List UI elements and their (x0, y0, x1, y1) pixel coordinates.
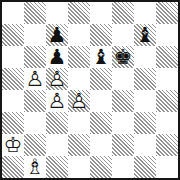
square-e6[interactable]: ♝ (90, 46, 112, 68)
white-pawn-fill: ♟ (46, 68, 68, 90)
square-f8[interactable] (112, 2, 134, 24)
square-c8[interactable] (46, 2, 68, 24)
black-bishop-icon: ♝ (134, 24, 156, 46)
black-pawn-icon: ♟ (46, 24, 68, 46)
square-a4[interactable] (2, 90, 24, 112)
black-king-icon: ♚ (112, 46, 134, 68)
square-f3[interactable] (112, 112, 134, 134)
square-b5[interactable]: ♟♙ (24, 68, 46, 90)
white-king-icon: ♔ (2, 134, 24, 156)
white-pawn-icon: ♙ (46, 68, 68, 90)
square-g2[interactable] (134, 134, 156, 156)
square-e8[interactable] (90, 2, 112, 24)
white-bishop-fill: ♝ (24, 156, 46, 178)
square-g7[interactable]: ♝ (134, 24, 156, 46)
square-c6[interactable]: ♟ (46, 46, 68, 68)
white-bishop-icon: ♗ (24, 156, 46, 178)
square-e5[interactable] (90, 68, 112, 90)
square-a8[interactable] (2, 2, 24, 24)
square-h8[interactable] (156, 2, 178, 24)
square-e7[interactable] (90, 24, 112, 46)
square-e1[interactable] (90, 156, 112, 178)
chess-board: ♟♝♟♝♚♟♙♟♙♟♙♟♙♚♔♝♗ (0, 0, 180, 180)
white-pawn-icon: ♙ (24, 68, 46, 90)
square-a5[interactable] (2, 68, 24, 90)
square-h5[interactable] (156, 68, 178, 90)
square-d8[interactable] (68, 2, 90, 24)
square-e3[interactable] (90, 112, 112, 134)
square-f5[interactable] (112, 68, 134, 90)
square-b8[interactable] (24, 2, 46, 24)
white-pawn-fill: ♟ (68, 90, 90, 112)
square-d5[interactable] (68, 68, 90, 90)
square-b2[interactable] (24, 134, 46, 156)
square-a1[interactable] (2, 156, 24, 178)
square-f1[interactable] (112, 156, 134, 178)
white-pawn-fill: ♟ (46, 90, 68, 112)
square-f6[interactable]: ♚ (112, 46, 134, 68)
square-f2[interactable] (112, 134, 134, 156)
square-c3[interactable] (46, 112, 68, 134)
square-e2[interactable] (90, 134, 112, 156)
square-h6[interactable] (156, 46, 178, 68)
square-d7[interactable] (68, 24, 90, 46)
square-c4[interactable]: ♟♙ (46, 90, 68, 112)
white-pawn-icon: ♙ (46, 90, 68, 112)
white-pawn-fill: ♟ (24, 68, 46, 90)
square-f4[interactable] (112, 90, 134, 112)
square-d1[interactable] (68, 156, 90, 178)
square-g5[interactable] (134, 68, 156, 90)
square-d6[interactable] (68, 46, 90, 68)
square-h3[interactable] (156, 112, 178, 134)
square-d4[interactable]: ♟♙ (68, 90, 90, 112)
square-e4[interactable] (90, 90, 112, 112)
square-c7[interactable]: ♟ (46, 24, 68, 46)
square-c1[interactable] (46, 156, 68, 178)
square-f7[interactable] (112, 24, 134, 46)
square-c5[interactable]: ♟♙ (46, 68, 68, 90)
square-b4[interactable] (24, 90, 46, 112)
square-g4[interactable] (134, 90, 156, 112)
white-pawn-icon: ♙ (68, 90, 90, 112)
square-g6[interactable] (134, 46, 156, 68)
square-g8[interactable] (134, 2, 156, 24)
square-g3[interactable] (134, 112, 156, 134)
square-h4[interactable] (156, 90, 178, 112)
black-bishop-icon: ♝ (90, 46, 112, 68)
white-king-fill: ♚ (2, 134, 24, 156)
square-a7[interactable] (2, 24, 24, 46)
square-a6[interactable] (2, 46, 24, 68)
square-b3[interactable] (24, 112, 46, 134)
square-h2[interactable] (156, 134, 178, 156)
square-h1[interactable] (156, 156, 178, 178)
square-d2[interactable] (68, 134, 90, 156)
square-h7[interactable] (156, 24, 178, 46)
square-a3[interactable] (2, 112, 24, 134)
square-a2[interactable]: ♚♔ (2, 134, 24, 156)
square-b6[interactable] (24, 46, 46, 68)
square-c2[interactable] (46, 134, 68, 156)
square-b7[interactable] (24, 24, 46, 46)
square-d3[interactable] (68, 112, 90, 134)
square-b1[interactable]: ♝♗ (24, 156, 46, 178)
black-pawn-icon: ♟ (46, 46, 68, 68)
square-g1[interactable] (134, 156, 156, 178)
